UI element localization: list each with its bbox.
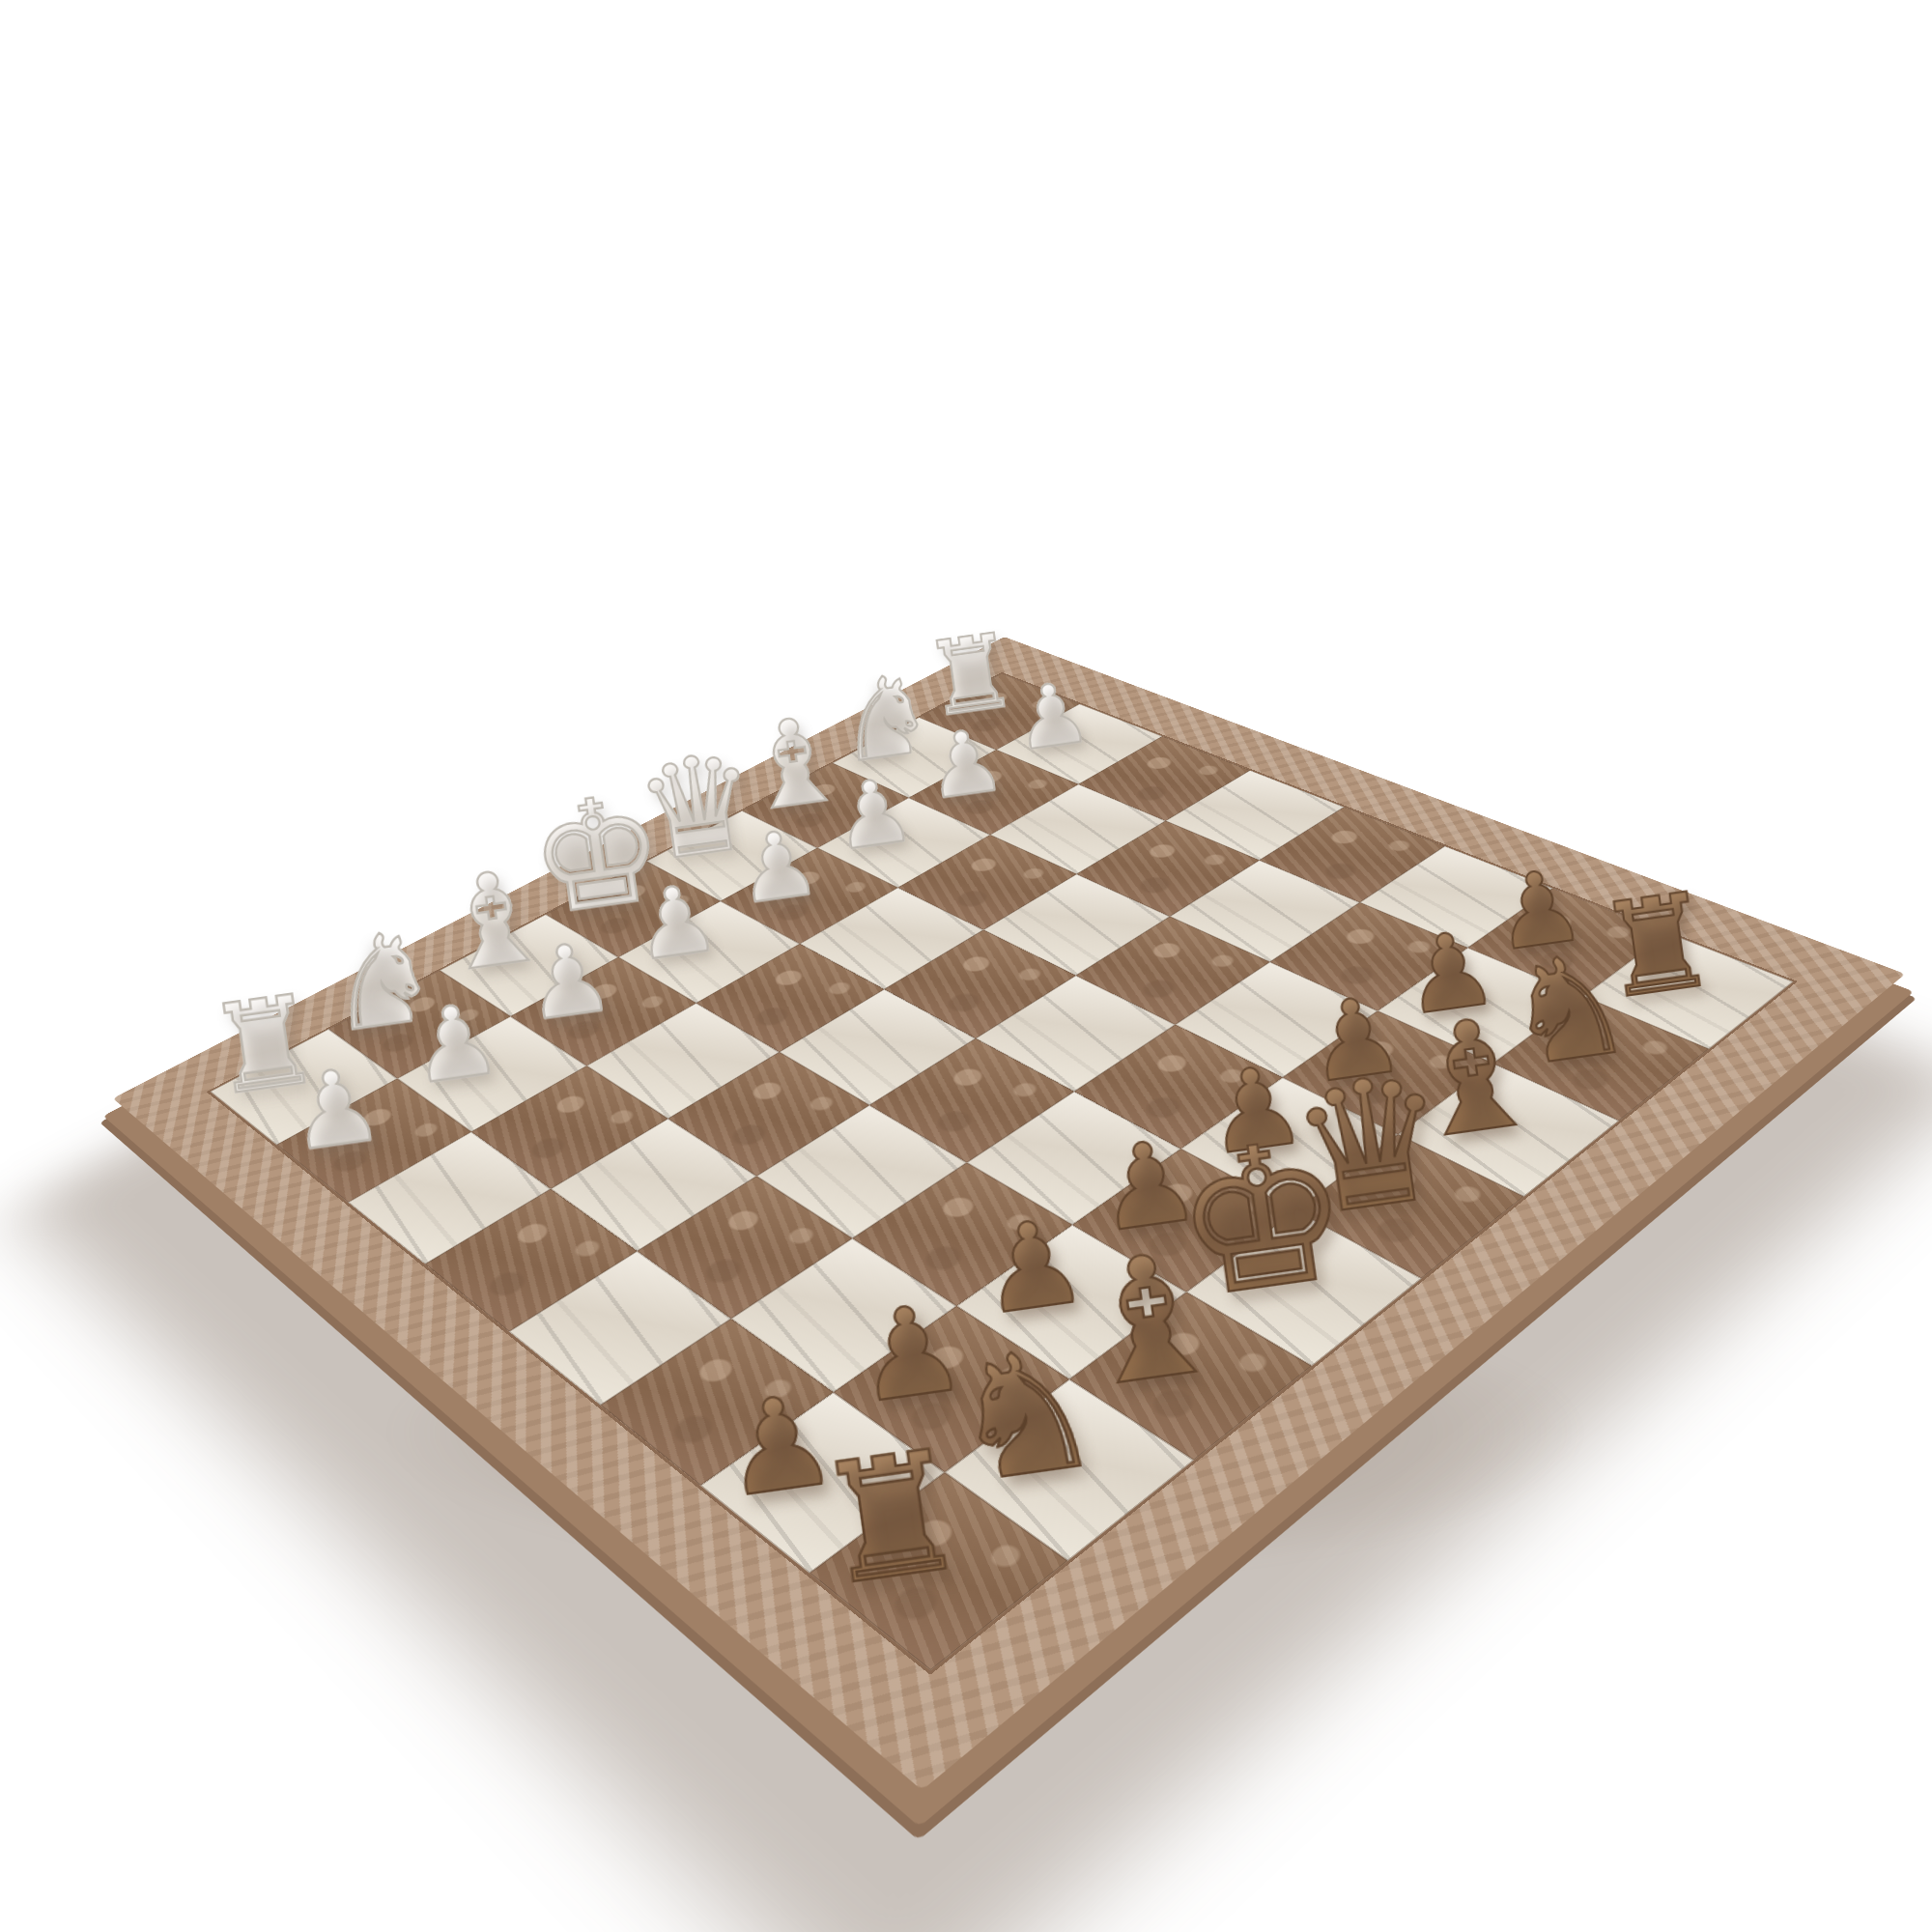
white-pawn: ♟: [731, 820, 824, 915]
white-pawn: ♟: [283, 1057, 386, 1163]
white-pawn: ♟: [520, 931, 617, 1031]
brown-knight: ♞: [940, 1329, 1110, 1502]
page-background: ♜♟♟♜♞♟♟♞♝♟♟♝♛♟♟♛♚♟♟♚♝♟♟♝♞♟♟♞♜♟♟♜: [0, 0, 1932, 1932]
square-h3: [348, 1132, 551, 1264]
brown-rook: ♜: [808, 1434, 976, 1605]
white-pawn: ♟: [628, 874, 724, 972]
white-pawn: ♟: [829, 768, 919, 860]
white-pawn: ♟: [1009, 673, 1094, 761]
white-pawn: ♟: [921, 720, 1009, 810]
square-f8: ♝: [1070, 1293, 1312, 1461]
white-pawn: ♟: [405, 992, 505, 1094]
